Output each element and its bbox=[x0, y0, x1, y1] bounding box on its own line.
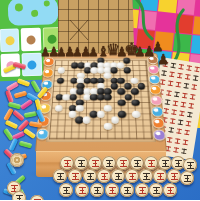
xiangqi-character bbox=[87, 173, 94, 180]
go-stone-white[interactable] bbox=[54, 105, 62, 112]
reference-character bbox=[181, 148, 187, 154]
reference-character bbox=[170, 63, 176, 69]
go-grid[interactable] bbox=[49, 60, 153, 139]
xiangqi-piece[interactable] bbox=[74, 156, 88, 170]
xiangqi-character bbox=[148, 160, 155, 167]
xiangqi-piece[interactable] bbox=[120, 183, 134, 197]
animal-token[interactable] bbox=[148, 65, 160, 74]
animal-face-icon bbox=[27, 60, 36, 69]
xiangqi-character bbox=[153, 187, 160, 194]
animal-token[interactable] bbox=[149, 85, 162, 95]
reference-character bbox=[182, 92, 188, 98]
go-stone-white[interactable] bbox=[132, 111, 140, 118]
go-stone-black[interactable] bbox=[110, 67, 118, 73]
xiangqi-character bbox=[72, 173, 79, 180]
reference-character bbox=[161, 70, 167, 76]
reference-character bbox=[194, 66, 200, 72]
go-stone-black[interactable] bbox=[69, 94, 77, 101]
xiangqi-character bbox=[92, 160, 99, 167]
xiangqi-character bbox=[79, 187, 86, 194]
bead[interactable] bbox=[29, 121, 43, 128]
xiangqi-piece[interactable] bbox=[158, 156, 172, 170]
go-stone-black[interactable] bbox=[137, 83, 145, 89]
go-stone-black[interactable] bbox=[124, 94, 132, 101]
reference-character bbox=[173, 147, 179, 153]
xiangqi-character bbox=[171, 173, 178, 180]
xiangqi-piece[interactable] bbox=[59, 183, 73, 197]
go-stone-white[interactable] bbox=[111, 117, 119, 124]
xiangqi-character bbox=[167, 187, 174, 194]
xiangqi-piece[interactable] bbox=[139, 169, 153, 183]
xiangqi-piece[interactable] bbox=[153, 169, 167, 183]
animal-face-icon bbox=[5, 36, 14, 45]
green-snake-icon bbox=[132, 0, 156, 39]
xiangqi-piece[interactable] bbox=[149, 183, 163, 197]
animal-token[interactable] bbox=[151, 107, 164, 118]
bead[interactable] bbox=[23, 128, 37, 140]
reference-character bbox=[163, 108, 169, 114]
reference-character bbox=[193, 76, 199, 82]
bead[interactable] bbox=[3, 108, 14, 122]
xiangqi-character bbox=[157, 173, 164, 180]
go-stone-white[interactable] bbox=[104, 105, 112, 112]
reference-character bbox=[169, 72, 175, 78]
reference-character bbox=[178, 64, 184, 70]
xiangqi-piece[interactable] bbox=[88, 156, 102, 170]
go-stone-white[interactable] bbox=[57, 67, 65, 73]
go-stone-white[interactable] bbox=[68, 111, 76, 118]
reference-character bbox=[175, 82, 181, 88]
xiangqi-character bbox=[106, 160, 113, 167]
xiangqi-piece[interactable] bbox=[116, 156, 130, 170]
bead[interactable] bbox=[19, 140, 33, 148]
xiangqi-piece[interactable] bbox=[167, 169, 181, 183]
animal-token[interactable] bbox=[43, 58, 55, 67]
xiangqi-character bbox=[124, 187, 131, 194]
reference-character bbox=[186, 65, 192, 71]
xiangqi-character bbox=[139, 187, 146, 194]
go-stone-black[interactable] bbox=[118, 111, 126, 118]
reference-character bbox=[173, 100, 179, 106]
xiangqi-character bbox=[184, 175, 191, 182]
xiangqi-character bbox=[63, 187, 70, 194]
reference-character bbox=[166, 90, 172, 96]
reference-character bbox=[165, 99, 171, 105]
reference-character bbox=[187, 112, 193, 118]
xiangqi-character bbox=[187, 162, 194, 169]
xiangqi-character bbox=[143, 173, 150, 180]
go-stone-white[interactable] bbox=[130, 78, 138, 84]
reference-character bbox=[171, 109, 177, 115]
go-stone-black[interactable] bbox=[131, 88, 139, 94]
xiangqi-piece[interactable] bbox=[30, 195, 44, 200]
xiangqi-character bbox=[109, 187, 116, 194]
xiangqi-piece[interactable] bbox=[75, 183, 89, 197]
xiangqi-character bbox=[134, 160, 141, 167]
cartoon-board-cell bbox=[21, 28, 41, 52]
go-stone-black[interactable] bbox=[123, 58, 131, 64]
animal-token[interactable] bbox=[153, 130, 167, 141]
scene: ♟♟♟♟♟♟♟♝♛♟♚♟♟♟♟ bbox=[0, 0, 200, 200]
animal-face-icon bbox=[26, 35, 35, 44]
animal-face-icon bbox=[48, 34, 57, 43]
animal-token[interactable] bbox=[152, 118, 165, 129]
xiangqi-piece[interactable] bbox=[97, 169, 111, 183]
go-stone-black[interactable] bbox=[123, 67, 131, 73]
xiangqi-character bbox=[94, 187, 101, 194]
go-stone-black[interactable] bbox=[117, 88, 125, 94]
reference-character bbox=[176, 129, 182, 135]
xiangqi-character bbox=[115, 173, 122, 180]
xiangqi-piece[interactable] bbox=[111, 169, 125, 183]
reference-character bbox=[168, 81, 174, 87]
reference-character bbox=[174, 91, 180, 97]
xiangqi-character bbox=[64, 160, 71, 167]
xiangqi-piece[interactable] bbox=[10, 153, 24, 167]
go-stone-white[interactable] bbox=[104, 123, 112, 130]
reference-character bbox=[160, 80, 166, 86]
reference-character bbox=[188, 103, 194, 109]
go-stone-black[interactable] bbox=[124, 83, 132, 89]
xiangqi-wood-board bbox=[58, 0, 136, 60]
xiangqi-piece[interactable] bbox=[60, 156, 74, 170]
animal-token[interactable] bbox=[42, 68, 54, 77]
go-stone-white[interactable] bbox=[103, 73, 111, 79]
xiangqi-piece[interactable] bbox=[12, 191, 26, 200]
reference-character bbox=[179, 111, 185, 117]
reference-character bbox=[183, 83, 189, 89]
xiangqi-piece[interactable] bbox=[90, 183, 104, 197]
reference-character bbox=[163, 61, 169, 67]
reference-character bbox=[165, 146, 171, 152]
xiangqi-piece[interactable] bbox=[130, 156, 144, 170]
xiangqi-character bbox=[34, 199, 41, 201]
palace-cross-lines bbox=[58, 0, 136, 60]
go-stone-white[interactable] bbox=[75, 105, 83, 112]
xiangqi-piece[interactable] bbox=[53, 169, 67, 183]
xiangqi-character bbox=[162, 160, 169, 167]
animal-token[interactable] bbox=[36, 129, 50, 140]
cartoon-board-cell bbox=[0, 28, 20, 52]
xiangqi-piece[interactable] bbox=[135, 183, 149, 197]
go-stone-black[interactable] bbox=[104, 94, 112, 101]
reference-character bbox=[185, 74, 191, 80]
go-stone-black[interactable] bbox=[56, 78, 64, 84]
green-snake-icon bbox=[171, 9, 183, 65]
xiangqi-piece[interactable] bbox=[125, 169, 139, 183]
bead[interactable] bbox=[20, 99, 34, 111]
animal-token[interactable] bbox=[148, 75, 160, 84]
xiangqi-character bbox=[101, 173, 108, 180]
go-stone-black[interactable] bbox=[117, 99, 125, 106]
reference-character bbox=[177, 73, 183, 79]
go-surface[interactable] bbox=[46, 58, 156, 142]
xiangqi-character bbox=[16, 195, 23, 201]
xiangqi-character bbox=[175, 160, 182, 167]
animal-token[interactable] bbox=[147, 55, 159, 64]
reference-character bbox=[184, 130, 190, 136]
reference-character bbox=[168, 127, 174, 133]
go-stone-black[interactable] bbox=[110, 83, 118, 89]
xiangqi-piece[interactable] bbox=[83, 169, 97, 183]
reference-character bbox=[190, 94, 196, 100]
reference-character bbox=[167, 137, 173, 143]
reference-character bbox=[170, 118, 176, 124]
xiangqi-character bbox=[78, 160, 85, 167]
go-board[interactable] bbox=[36, 54, 166, 152]
reference-character bbox=[191, 85, 197, 91]
animal-token[interactable] bbox=[150, 96, 163, 106]
go-stone-black[interactable] bbox=[131, 99, 139, 106]
reference-character bbox=[178, 120, 184, 126]
xiangqi-piece[interactable] bbox=[163, 183, 177, 197]
go-stone-white[interactable] bbox=[96, 111, 104, 118]
reference-character bbox=[183, 139, 189, 145]
go-stone-black[interactable] bbox=[117, 78, 125, 84]
xiangqi-piece[interactable] bbox=[183, 158, 197, 172]
xiangqi-piece[interactable] bbox=[102, 156, 116, 170]
reference-character bbox=[175, 138, 181, 144]
xiangqi-piece[interactable] bbox=[105, 183, 119, 197]
reference-character bbox=[181, 101, 187, 107]
reference-character bbox=[186, 121, 192, 127]
xiangqi-piece[interactable] bbox=[68, 169, 82, 183]
xiangqi-character bbox=[129, 173, 136, 180]
go-stone-white[interactable] bbox=[116, 62, 124, 68]
xiangqi-character bbox=[57, 173, 64, 180]
xiangqi-piece[interactable] bbox=[180, 171, 194, 185]
xiangqi-piece[interactable] bbox=[144, 156, 158, 170]
go-stone-white[interactable] bbox=[82, 117, 90, 124]
xiangqi-character bbox=[120, 160, 127, 167]
